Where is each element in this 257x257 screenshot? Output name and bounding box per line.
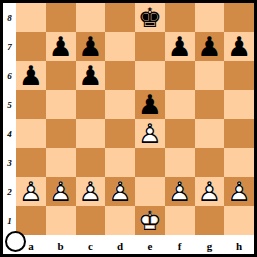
square-h6[interactable]	[224, 61, 254, 90]
piece-black-pawn: ♟	[46, 32, 76, 61]
piece-white-pawn: ♟♙	[224, 177, 254, 206]
square-a2[interactable]: ♟♙	[16, 177, 46, 206]
piece-black-pawn: ♟	[16, 61, 46, 90]
square-c1[interactable]	[76, 206, 106, 235]
square-d4[interactable]	[105, 119, 135, 148]
square-h2[interactable]: ♟♙	[224, 177, 254, 206]
piece-white-pawn: ♟♙	[46, 177, 76, 206]
square-d5[interactable]	[105, 90, 135, 119]
piece-black-pawn: ♟	[195, 32, 225, 61]
square-c5[interactable]	[76, 90, 106, 119]
square-f2[interactable]: ♟♙	[165, 177, 195, 206]
square-f4[interactable]	[165, 119, 195, 148]
rank-label-7: 7	[3, 32, 16, 61]
square-h5[interactable]	[224, 90, 254, 119]
square-e5[interactable]: ♟	[135, 90, 165, 119]
piece-black-pawn: ♟	[76, 32, 106, 61]
square-g7[interactable]: ♟	[195, 32, 225, 61]
corner-area	[3, 235, 16, 254]
square-c6[interactable]: ♟	[76, 61, 106, 90]
piece-black-pawn: ♟	[76, 61, 106, 90]
square-h4[interactable]	[224, 119, 254, 148]
square-g4[interactable]	[195, 119, 225, 148]
square-c7[interactable]: ♟	[76, 32, 106, 61]
file-label-f: f	[165, 235, 195, 254]
square-a8[interactable]	[16, 3, 46, 32]
file-label-d: d	[105, 235, 135, 254]
square-d3[interactable]	[105, 148, 135, 177]
rank-label-5: 5	[3, 90, 16, 119]
square-f8[interactable]	[165, 3, 195, 32]
square-e2[interactable]	[135, 177, 165, 206]
square-a5[interactable]	[16, 90, 46, 119]
square-b8[interactable]	[46, 3, 76, 32]
board: ♚♟♟♟♟♟♟♟♟♟♙♟♙♟♙♟♙♟♙♟♙♟♙♟♙♚♔	[16, 3, 254, 235]
square-d1[interactable]	[105, 206, 135, 235]
square-a1[interactable]	[16, 206, 46, 235]
file-label-b: b	[46, 235, 76, 254]
square-c3[interactable]	[76, 148, 106, 177]
square-f6[interactable]	[165, 61, 195, 90]
square-c8[interactable]	[76, 3, 106, 32]
square-b3[interactable]	[46, 148, 76, 177]
square-e6[interactable]	[135, 61, 165, 90]
square-c4[interactable]	[76, 119, 106, 148]
file-label-g: g	[195, 235, 225, 254]
file-label-e: e	[135, 235, 165, 254]
square-h3[interactable]	[224, 148, 254, 177]
piece-white-pawn: ♟♙	[16, 177, 46, 206]
square-h8[interactable]	[224, 3, 254, 32]
square-d6[interactable]	[105, 61, 135, 90]
square-e7[interactable]	[135, 32, 165, 61]
square-h1[interactable]	[224, 206, 254, 235]
square-b5[interactable]	[46, 90, 76, 119]
rank-label-4: 4	[3, 119, 16, 148]
file-labels: abcdefgh	[16, 235, 254, 254]
piece-white-pawn: ♟♙	[135, 119, 165, 148]
square-a6[interactable]: ♟	[16, 61, 46, 90]
square-g8[interactable]	[195, 3, 225, 32]
square-d2[interactable]: ♟♙	[105, 177, 135, 206]
square-b6[interactable]	[46, 61, 76, 90]
square-g5[interactable]	[195, 90, 225, 119]
square-g3[interactable]	[195, 148, 225, 177]
white-to-move-indicator	[5, 231, 26, 252]
square-e4[interactable]: ♟♙	[135, 119, 165, 148]
square-g2[interactable]: ♟♙	[195, 177, 225, 206]
square-f5[interactable]	[165, 90, 195, 119]
square-e8[interactable]: ♚	[135, 3, 165, 32]
piece-black-pawn: ♟	[165, 32, 195, 61]
piece-black-pawn: ♟	[135, 90, 165, 119]
piece-white-pawn: ♟♙	[105, 177, 135, 206]
square-f7[interactable]: ♟	[165, 32, 195, 61]
piece-black-king: ♚	[135, 3, 165, 32]
piece-black-pawn: ♟	[224, 32, 254, 61]
piece-white-pawn: ♟♙	[165, 177, 195, 206]
square-e3[interactable]	[135, 148, 165, 177]
square-a7[interactable]	[16, 32, 46, 61]
rank-label-8: 8	[3, 3, 16, 32]
square-e1[interactable]: ♚♔	[135, 206, 165, 235]
rank-label-2: 2	[3, 177, 16, 206]
square-d7[interactable]	[105, 32, 135, 61]
piece-white-king: ♚♔	[135, 206, 165, 235]
square-f1[interactable]	[165, 206, 195, 235]
diagram-inner: 87654321 ♚♟♟♟♟♟♟♟♟♟♙♟♙♟♙♟♙♟♙♟♙♟♙♟♙♚♔ abc…	[3, 3, 254, 254]
file-label-h: h	[224, 235, 254, 254]
square-b2[interactable]: ♟♙	[46, 177, 76, 206]
square-c2[interactable]: ♟♙	[76, 177, 106, 206]
square-a3[interactable]	[16, 148, 46, 177]
square-g1[interactable]	[195, 206, 225, 235]
square-g6[interactable]	[195, 61, 225, 90]
rank-label-3: 3	[3, 148, 16, 177]
rank-labels: 87654321	[3, 3, 16, 235]
piece-white-pawn: ♟♙	[195, 177, 225, 206]
file-label-c: c	[76, 235, 106, 254]
square-f3[interactable]	[165, 148, 195, 177]
square-b7[interactable]: ♟	[46, 32, 76, 61]
chess-diagram: 87654321 ♚♟♟♟♟♟♟♟♟♟♙♟♙♟♙♟♙♟♙♟♙♟♙♟♙♚♔ abc…	[0, 0, 257, 257]
square-b1[interactable]	[46, 206, 76, 235]
piece-white-pawn: ♟♙	[76, 177, 106, 206]
rank-label-6: 6	[3, 61, 16, 90]
square-a4[interactable]	[16, 119, 46, 148]
square-h7[interactable]: ♟	[224, 32, 254, 61]
square-b4[interactable]	[46, 119, 76, 148]
square-d8[interactable]	[105, 3, 135, 32]
